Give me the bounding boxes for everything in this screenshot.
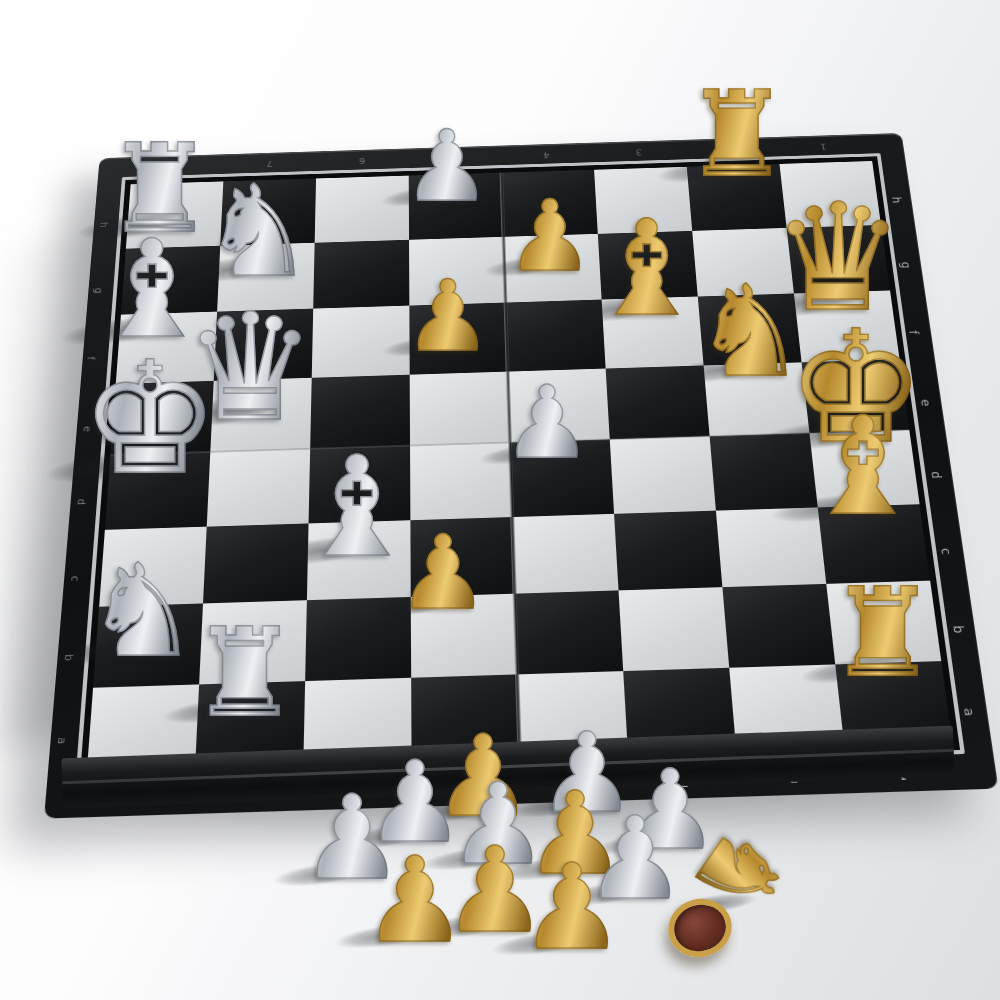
coordinate-label-left-a: a	[54, 736, 69, 743]
square-g6[interactable]	[313, 239, 409, 308]
coordinate-label-top-3: 3	[635, 147, 642, 157]
square-d3[interactable]	[610, 436, 716, 513]
coordinate-label-left-b: b	[61, 654, 75, 661]
square-e5[interactable]	[410, 371, 510, 445]
silver-pawn-h5[interactable]: ♟	[398, 117, 496, 215]
square-h6[interactable]	[315, 176, 409, 243]
square-c3[interactable]	[614, 510, 722, 590]
coordinate-label-top-6: 6	[359, 156, 366, 166]
coordinate-label-right-a: a	[962, 707, 977, 716]
gold-pawn-e5[interactable]: ♟	[399, 267, 497, 365]
coordinate-label-top-1: 1	[819, 141, 827, 151]
gold-rook-a1[interactable]: ♜	[822, 572, 944, 694]
gold-pawn-offboard[interactable]: ♟	[356, 841, 474, 959]
coordinate-label-right-d: d	[929, 471, 943, 479]
coordinate-label-right-b: b	[951, 625, 966, 633]
coordinate-label-top-4: 4	[543, 150, 550, 160]
square-f6[interactable]	[312, 306, 410, 378]
coordinate-label-right-c: c	[939, 547, 953, 554]
square-b2[interactable]	[722, 584, 835, 667]
square-b3[interactable]	[619, 587, 730, 670]
silver-king-d8[interactable]: ♚	[73, 341, 228, 496]
square-c4[interactable]	[512, 513, 618, 593]
gold-bishop-c1[interactable]: ♝	[796, 399, 931, 534]
silver-rook-a7[interactable]: ♜	[184, 612, 306, 734]
gold-pawn-offboard[interactable]: ♟	[513, 848, 631, 966]
gold-pawn-b5[interactable]: ♟	[392, 522, 494, 624]
square-b4[interactable]	[515, 590, 624, 674]
silver-pawn-d4[interactable]: ♟	[497, 373, 597, 473]
